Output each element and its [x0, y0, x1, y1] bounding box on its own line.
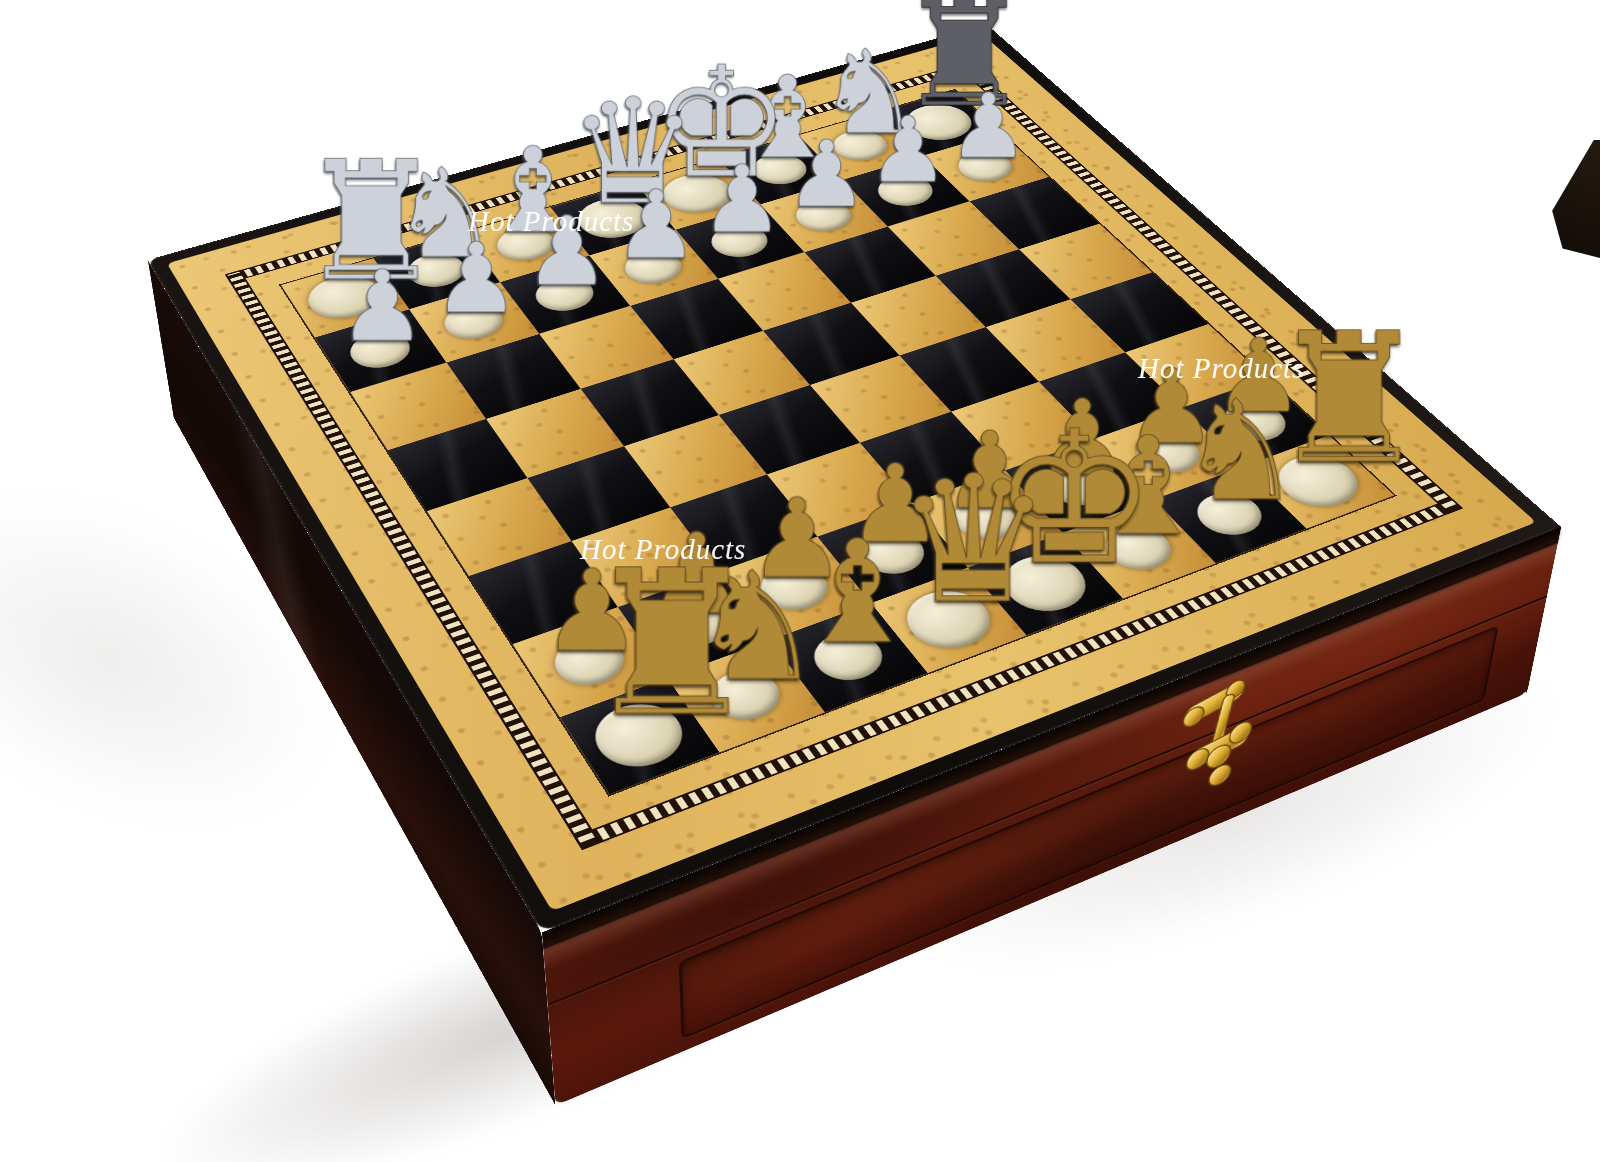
product-photo-scene: ♜♞♝♛♚♝♞♜♟♟♟♟♟♟♟♟♟♟♟♟♟♟♟♟♜♞♝♛♚♝♞♜	[0, 0, 1600, 1162]
piece-silver-pawn-c7[interactable]: ♟	[518, 206, 616, 297]
piece-silver-pawn-e7[interactable]: ♟	[694, 155, 790, 244]
chess-board: ♜♞♝♛♚♝♞♜♟♟♟♟♟♟♟♟♟♟♟♟♟♟♟♟♜♞♝♛♚♝♞♜	[148, 24, 1561, 932]
piece-gold-rook-a1[interactable]: ♜	[582, 548, 702, 739]
piece-silver-pawn-b7[interactable]: ♟	[426, 232, 526, 324]
piece-silver-pawn-f7[interactable]: ♟	[779, 131, 873, 218]
background-object	[1548, 140, 1600, 258]
piece-silver-pawn-a7[interactable]: ♟	[332, 260, 433, 354]
chess-storage-case: ♜♞♝♛♚♝♞♜♟♟♟♟♟♟♟♟♟♟♟♟♟♟♟♟♜♞♝♛♚♝♞♜	[148, 24, 1561, 932]
piece-silver-pawn-d7[interactable]: ♟	[607, 180, 704, 270]
piece-silver-pawn-h7[interactable]: ♟	[942, 84, 1034, 169]
piece-silver-pawn-g7[interactable]: ♟	[861, 107, 954, 193]
